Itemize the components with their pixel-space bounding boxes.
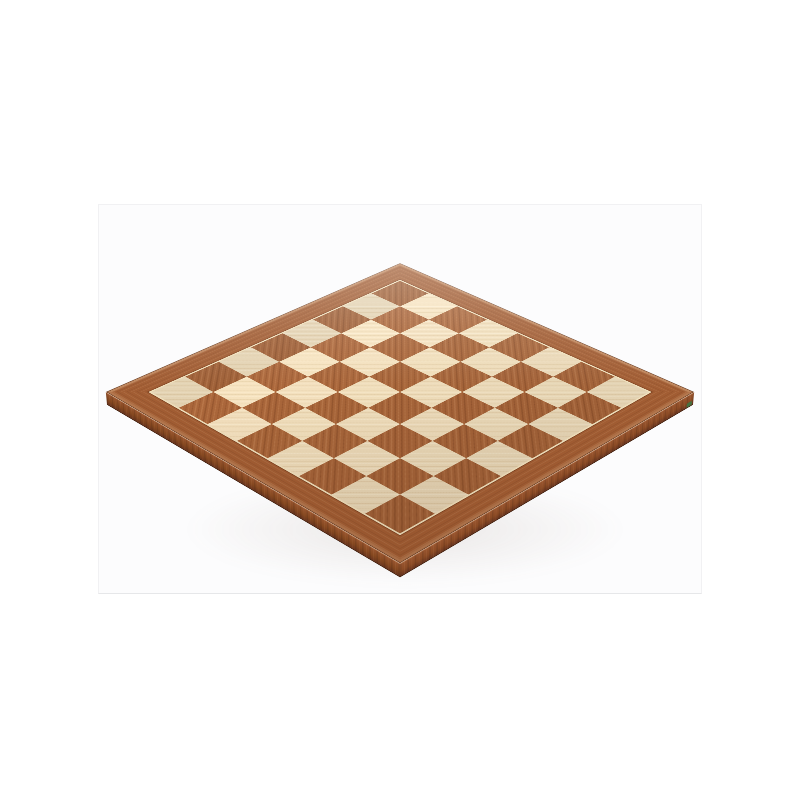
square	[268, 441, 334, 476]
square	[433, 424, 498, 458]
page-background	[0, 0, 800, 800]
square	[432, 392, 495, 424]
square	[434, 458, 501, 494]
square	[336, 408, 400, 441]
square	[367, 424, 432, 458]
square	[400, 441, 466, 476]
square	[305, 392, 368, 424]
square	[558, 392, 621, 424]
square	[332, 476, 400, 514]
square	[400, 476, 468, 514]
square	[179, 392, 242, 424]
square	[400, 408, 464, 441]
square	[208, 408, 272, 441]
square	[528, 408, 592, 441]
square	[466, 441, 532, 476]
square	[495, 392, 558, 424]
square	[366, 458, 433, 494]
maple-inlay-pinstripe	[148, 280, 651, 535]
square	[498, 424, 563, 458]
square	[302, 424, 367, 458]
square	[368, 392, 431, 424]
square	[237, 424, 302, 458]
square	[365, 495, 435, 534]
board-squares-grid	[151, 281, 649, 534]
board-scene	[192, 184, 608, 600]
board-top-surface	[106, 263, 694, 563]
square	[334, 441, 400, 476]
chessboard	[106, 263, 694, 563]
square	[464, 408, 528, 441]
square	[242, 392, 305, 424]
square	[299, 458, 366, 494]
square	[272, 408, 336, 441]
